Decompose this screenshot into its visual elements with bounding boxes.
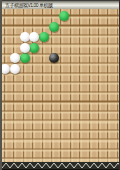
stone-black: [49, 53, 59, 63]
stone-white: [10, 64, 20, 74]
window-titlebar[interactable]: 五子棋游戏V1.00 单机版: [2, 0, 119, 9]
stone-white: [0, 64, 10, 74]
stone-white: [20, 32, 30, 42]
stone-white: [10, 53, 20, 63]
goban-board[interactable]: [2, 9, 119, 162]
window-title: 五子棋游戏V1.00 单机版: [2, 1, 119, 9]
zigzag-border-pattern: [2, 162, 120, 170]
stone-green: [20, 53, 30, 63]
stone-green: [29, 43, 39, 53]
stone-green: [59, 11, 69, 21]
stone-green: [49, 22, 59, 32]
game-window: 五子棋游戏V1.00 单机版: [0, 0, 120, 170]
window-bottom-border: [2, 162, 119, 170]
stone-green: [39, 32, 49, 42]
stone-white: [29, 32, 39, 42]
stone-white: [20, 43, 30, 53]
